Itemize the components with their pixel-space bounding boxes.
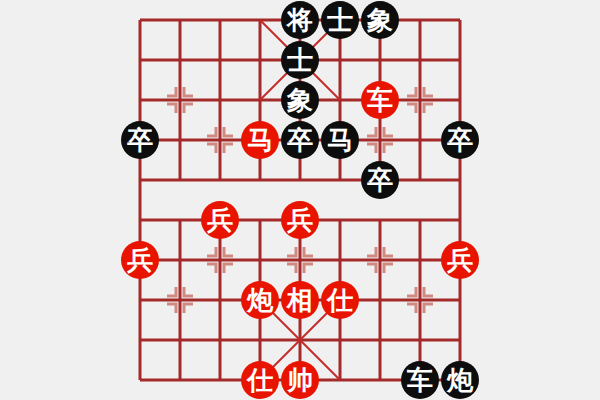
- board-point[interactable]: 兵: [280, 200, 320, 240]
- piece-black-advisor[interactable]: 士: [321, 1, 359, 39]
- piece-red-chariot[interactable]: 车: [361, 81, 399, 119]
- board-point[interactable]: [320, 200, 360, 240]
- board-point[interactable]: [360, 40, 400, 80]
- board-point[interactable]: [400, 320, 440, 360]
- board-point[interactable]: 马: [240, 120, 280, 160]
- board-point[interactable]: 马: [320, 120, 360, 160]
- piece-red-cannon[interactable]: 炮: [241, 281, 279, 319]
- board-point[interactable]: 仕: [240, 360, 280, 400]
- board-point[interactable]: [120, 200, 160, 240]
- board-grid: 将士象士象车卒马卒马卒卒兵兵兵兵炮相仕仕帅车炮: [120, 0, 480, 400]
- board-point[interactable]: [400, 240, 440, 280]
- piece-red-soldier[interactable]: 兵: [441, 241, 479, 279]
- board-point[interactable]: [160, 160, 200, 200]
- board-point[interactable]: [320, 160, 360, 200]
- board-point[interactable]: 兵: [120, 240, 160, 280]
- board-point[interactable]: [400, 160, 440, 200]
- piece-black-elephant[interactable]: 象: [361, 1, 399, 39]
- board-point[interactable]: [320, 40, 360, 80]
- board-point[interactable]: [440, 280, 480, 320]
- piece-black-cannon[interactable]: 炮: [441, 361, 479, 399]
- board-point[interactable]: [160, 200, 200, 240]
- board-point[interactable]: [360, 200, 400, 240]
- board-point[interactable]: [360, 240, 400, 280]
- piece-black-general[interactable]: 将: [281, 1, 319, 39]
- board-point[interactable]: 象: [360, 0, 400, 40]
- board-point[interactable]: 车: [360, 80, 400, 120]
- board-point[interactable]: [360, 320, 400, 360]
- board-point[interactable]: [400, 40, 440, 80]
- piece-red-horse[interactable]: 马: [241, 121, 279, 159]
- piece-black-soldier[interactable]: 卒: [281, 121, 319, 159]
- board-point[interactable]: [320, 320, 360, 360]
- board-point[interactable]: [160, 40, 200, 80]
- board-point[interactable]: [320, 360, 360, 400]
- board-point[interactable]: [160, 120, 200, 160]
- board-point[interactable]: 兵: [200, 200, 240, 240]
- piece-red-general[interactable]: 帅: [281, 361, 319, 399]
- board-point[interactable]: 帅: [280, 360, 320, 400]
- board-point[interactable]: [440, 320, 480, 360]
- board-point[interactable]: 卒: [360, 160, 400, 200]
- board-point[interactable]: [240, 160, 280, 200]
- piece-red-soldier[interactable]: 兵: [201, 201, 239, 239]
- board-point[interactable]: 士: [320, 0, 360, 40]
- board-point[interactable]: [120, 80, 160, 120]
- board-point[interactable]: [440, 0, 480, 40]
- board-point[interactable]: [160, 240, 200, 280]
- board-point[interactable]: 卒: [120, 120, 160, 160]
- board-point[interactable]: 卒: [440, 120, 480, 160]
- board-point[interactable]: [200, 240, 240, 280]
- piece-red-advisor[interactable]: 仕: [241, 361, 279, 399]
- board-point[interactable]: [200, 160, 240, 200]
- board-point[interactable]: 炮: [240, 280, 280, 320]
- board-point[interactable]: [240, 80, 280, 120]
- board-point[interactable]: 卒: [280, 120, 320, 160]
- board-point[interactable]: [440, 160, 480, 200]
- board-point[interactable]: 将: [280, 0, 320, 40]
- board-point[interactable]: [240, 320, 280, 360]
- board-point[interactable]: [320, 80, 360, 120]
- board-point[interactable]: 车: [400, 360, 440, 400]
- board-point[interactable]: [400, 0, 440, 40]
- board-point[interactable]: [160, 80, 200, 120]
- piece-black-chariot[interactable]: 车: [401, 361, 439, 399]
- board-point[interactable]: [120, 280, 160, 320]
- board-point[interactable]: [360, 280, 400, 320]
- piece-red-advisor[interactable]: 仕: [321, 281, 359, 319]
- board-point[interactable]: [160, 0, 200, 40]
- board-point[interactable]: [240, 0, 280, 40]
- piece-red-soldier[interactable]: 兵: [281, 201, 319, 239]
- board-point[interactable]: [400, 120, 440, 160]
- board-point[interactable]: 相: [280, 280, 320, 320]
- board-point[interactable]: [200, 0, 240, 40]
- board-point[interactable]: 象: [280, 80, 320, 120]
- board-point[interactable]: [280, 160, 320, 200]
- board-point[interactable]: [280, 240, 320, 280]
- board-point[interactable]: [400, 80, 440, 120]
- board-point[interactable]: [280, 320, 320, 360]
- xiangqi-board: 将士象士象车卒马卒马卒卒兵兵兵兵炮相仕仕帅车炮: [0, 0, 600, 400]
- board-point[interactable]: [200, 320, 240, 360]
- piece-black-soldier[interactable]: 卒: [441, 121, 479, 159]
- board-point[interactable]: [400, 200, 440, 240]
- board-point[interactable]: [440, 200, 480, 240]
- piece-black-soldier[interactable]: 卒: [361, 161, 399, 199]
- board-point[interactable]: 炮: [440, 360, 480, 400]
- board-point[interactable]: [120, 0, 160, 40]
- board-point[interactable]: [200, 40, 240, 80]
- board-point[interactable]: [440, 80, 480, 120]
- board-point[interactable]: [240, 200, 280, 240]
- board-point[interactable]: [120, 160, 160, 200]
- piece-black-soldier[interactable]: 卒: [121, 121, 159, 159]
- board-point[interactable]: [120, 360, 160, 400]
- piece-red-soldier[interactable]: 兵: [121, 241, 159, 279]
- board-point[interactable]: [120, 320, 160, 360]
- board-point[interactable]: [200, 80, 240, 120]
- piece-black-advisor[interactable]: 士: [281, 41, 319, 79]
- board-point[interactable]: 仕: [320, 280, 360, 320]
- board-point[interactable]: [160, 360, 200, 400]
- board-point[interactable]: [160, 280, 200, 320]
- piece-red-elephant[interactable]: 相: [281, 281, 319, 319]
- board-point[interactable]: [400, 280, 440, 320]
- board-point[interactable]: [320, 240, 360, 280]
- board-point[interactable]: [240, 240, 280, 280]
- board-point[interactable]: [200, 280, 240, 320]
- board-point[interactable]: [360, 120, 400, 160]
- board-point[interactable]: [120, 40, 160, 80]
- piece-black-elephant[interactable]: 象: [281, 81, 319, 119]
- board-point[interactable]: 士: [280, 40, 320, 80]
- board-point[interactable]: [440, 40, 480, 80]
- board-point[interactable]: [360, 360, 400, 400]
- board-point[interactable]: [240, 40, 280, 80]
- board-point[interactable]: [160, 320, 200, 360]
- piece-black-horse[interactable]: 马: [321, 121, 359, 159]
- board-point[interactable]: [200, 360, 240, 400]
- board-point[interactable]: 兵: [440, 240, 480, 280]
- board-point[interactable]: [200, 120, 240, 160]
